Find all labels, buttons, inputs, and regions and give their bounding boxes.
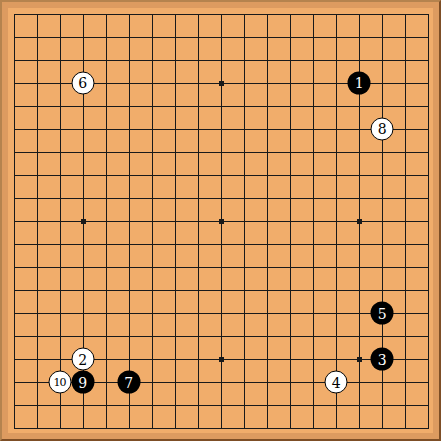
stone-black: 5: [371, 302, 394, 325]
intersection: [394, 25, 417, 48]
intersection: [302, 325, 325, 348]
intersection: [256, 48, 279, 71]
intersection: [48, 71, 71, 94]
intersection: [371, 25, 394, 48]
intersection: [209, 232, 232, 255]
intersection: [140, 417, 163, 440]
intersection: [371, 71, 394, 94]
intersection: [232, 163, 255, 186]
intersection: [325, 2, 348, 25]
intersection: [71, 279, 94, 302]
intersection: [348, 302, 371, 325]
intersection: [417, 186, 440, 209]
stone-white: 10: [48, 371, 71, 394]
stone-white: 4: [325, 371, 348, 394]
intersection: [209, 348, 232, 371]
intersection: [163, 256, 186, 279]
intersection: [302, 48, 325, 71]
intersection: [71, 117, 94, 140]
intersection: [186, 232, 209, 255]
intersection: [325, 71, 348, 94]
intersection: [371, 232, 394, 255]
intersection: [25, 25, 48, 48]
intersection: [279, 186, 302, 209]
intersection: [348, 163, 371, 186]
intersection: 10: [48, 371, 71, 394]
intersection: [117, 302, 140, 325]
intersection: [2, 117, 25, 140]
intersection: [256, 325, 279, 348]
intersection: [279, 94, 302, 117]
intersection: [2, 25, 25, 48]
intersection: 9: [71, 371, 94, 394]
intersection: [256, 232, 279, 255]
intersection: [279, 25, 302, 48]
intersection: [302, 417, 325, 440]
intersection: [94, 186, 117, 209]
intersection: [117, 25, 140, 48]
intersection: [256, 348, 279, 371]
intersection: [186, 117, 209, 140]
intersection: [140, 140, 163, 163]
intersection: [71, 256, 94, 279]
intersection: [140, 279, 163, 302]
intersection: [325, 232, 348, 255]
intersection: [163, 279, 186, 302]
intersection: [394, 2, 417, 25]
intersection: [417, 25, 440, 48]
intersection: [302, 256, 325, 279]
intersection: [117, 279, 140, 302]
stone-black: 7: [117, 371, 140, 394]
intersection: [256, 394, 279, 417]
intersection: [371, 48, 394, 71]
intersection: [371, 94, 394, 117]
intersection: [94, 2, 117, 25]
intersection: [48, 417, 71, 440]
intersection: [417, 163, 440, 186]
intersection: [117, 140, 140, 163]
intersection: [302, 71, 325, 94]
intersection: [232, 325, 255, 348]
intersection: [25, 348, 48, 371]
intersection: [371, 140, 394, 163]
intersection: 8: [371, 117, 394, 140]
intersection: [186, 140, 209, 163]
intersection: [71, 302, 94, 325]
intersection: [348, 25, 371, 48]
intersection: [302, 371, 325, 394]
intersection: [186, 209, 209, 232]
stone-number: 2: [78, 352, 87, 366]
intersection: [163, 163, 186, 186]
intersection: [232, 371, 255, 394]
stone-number: 10: [54, 377, 66, 388]
intersection: [325, 279, 348, 302]
intersection: [163, 71, 186, 94]
intersection: [163, 117, 186, 140]
intersection: 5: [371, 302, 394, 325]
intersection: [325, 348, 348, 371]
intersection: [117, 394, 140, 417]
intersection: [2, 279, 25, 302]
intersection: [302, 117, 325, 140]
intersection: [417, 394, 440, 417]
intersection: [163, 25, 186, 48]
intersection: [209, 163, 232, 186]
intersection: [2, 186, 25, 209]
intersection: [94, 325, 117, 348]
intersection: [348, 140, 371, 163]
intersection: [325, 256, 348, 279]
intersection: [256, 163, 279, 186]
intersection: [163, 394, 186, 417]
intersection: [48, 48, 71, 71]
intersection: [163, 94, 186, 117]
intersection: [302, 186, 325, 209]
stone-number: 6: [78, 76, 87, 90]
intersection: 7: [117, 371, 140, 394]
intersection: [94, 94, 117, 117]
stone-number: 7: [124, 375, 133, 389]
intersection: [302, 394, 325, 417]
intersection: [71, 48, 94, 71]
intersection: [417, 117, 440, 140]
intersection: [48, 186, 71, 209]
stone-black: 1: [348, 71, 371, 94]
intersection: [163, 371, 186, 394]
intersection: [394, 186, 417, 209]
stone-white: 8: [371, 117, 394, 140]
intersection: [279, 117, 302, 140]
intersection: [94, 256, 117, 279]
intersection: [232, 394, 255, 417]
intersection: [325, 186, 348, 209]
stone-black: 9: [71, 371, 94, 394]
intersection: [25, 325, 48, 348]
intersection: [25, 48, 48, 71]
intersection: [209, 2, 232, 25]
intersection: [209, 371, 232, 394]
intersection: [94, 48, 117, 71]
intersection: [417, 2, 440, 25]
intersection: [71, 186, 94, 209]
intersection: [71, 25, 94, 48]
intersection: [140, 117, 163, 140]
intersection: [256, 371, 279, 394]
intersection: [279, 348, 302, 371]
intersection: [25, 71, 48, 94]
intersection: [325, 209, 348, 232]
intersection: [48, 163, 71, 186]
intersection: [48, 394, 71, 417]
intersection: [302, 25, 325, 48]
intersection: [325, 117, 348, 140]
stone-black: 3: [371, 348, 394, 371]
intersection: [256, 2, 279, 25]
intersection: [163, 302, 186, 325]
intersection: [140, 2, 163, 25]
intersection: [279, 140, 302, 163]
intersection: [2, 48, 25, 71]
intersection: [140, 25, 163, 48]
intersection: [256, 25, 279, 48]
intersection: [417, 371, 440, 394]
intersection: [256, 209, 279, 232]
intersection: [48, 94, 71, 117]
intersection: [209, 256, 232, 279]
intersection: [302, 209, 325, 232]
intersection: [232, 117, 255, 140]
intersection: [348, 186, 371, 209]
intersection: [256, 117, 279, 140]
intersection: [25, 394, 48, 417]
intersection: [232, 2, 255, 25]
intersection: [48, 209, 71, 232]
intersection: [417, 279, 440, 302]
intersection: [94, 417, 117, 440]
intersection: [279, 209, 302, 232]
intersection: [94, 302, 117, 325]
intersection: [302, 94, 325, 117]
intersection: [279, 302, 302, 325]
intersection: [232, 209, 255, 232]
intersection: [25, 2, 48, 25]
intersection: [325, 302, 348, 325]
intersection: [394, 279, 417, 302]
intersection: [394, 71, 417, 94]
intersection: [279, 48, 302, 71]
intersection: [25, 94, 48, 117]
intersection: [256, 279, 279, 302]
intersection: [48, 25, 71, 48]
intersection: [371, 371, 394, 394]
intersection: [417, 140, 440, 163]
intersection: [117, 209, 140, 232]
intersection: [371, 394, 394, 417]
intersection: [417, 348, 440, 371]
intersection: [256, 417, 279, 440]
intersection: [394, 117, 417, 140]
intersection: [394, 48, 417, 71]
intersection: [302, 348, 325, 371]
intersection: [209, 394, 232, 417]
intersection: [394, 371, 417, 394]
intersection: [325, 163, 348, 186]
intersection: [140, 209, 163, 232]
intersection: [256, 302, 279, 325]
intersection: [2, 71, 25, 94]
intersection: [279, 163, 302, 186]
intersection: [94, 163, 117, 186]
intersection: [2, 163, 25, 186]
stone-number: 8: [378, 122, 387, 136]
intersection: [348, 94, 371, 117]
stone-number: 3: [378, 352, 387, 366]
intersection: [140, 302, 163, 325]
go-board: 61852310974: [0, 0, 441, 441]
intersection: [371, 279, 394, 302]
intersection: [348, 232, 371, 255]
intersection: [71, 232, 94, 255]
intersection: [140, 348, 163, 371]
intersection: [325, 25, 348, 48]
intersection: [117, 186, 140, 209]
intersection: [394, 256, 417, 279]
intersection: [140, 48, 163, 71]
intersection: [25, 117, 48, 140]
intersection: [209, 94, 232, 117]
intersection: [2, 140, 25, 163]
intersection: [209, 325, 232, 348]
intersection: [71, 140, 94, 163]
intersection: [94, 25, 117, 48]
intersection: [302, 279, 325, 302]
intersection: [417, 209, 440, 232]
intersection: [71, 394, 94, 417]
intersection: [2, 348, 25, 371]
intersection: [94, 209, 117, 232]
intersection: [371, 256, 394, 279]
intersection: [279, 71, 302, 94]
intersection: [302, 140, 325, 163]
intersection: [186, 71, 209, 94]
intersection: [2, 371, 25, 394]
intersection: [71, 325, 94, 348]
intersection: [232, 279, 255, 302]
intersection: [371, 417, 394, 440]
intersection: [371, 186, 394, 209]
intersection: [325, 48, 348, 71]
intersection: [71, 163, 94, 186]
intersection: [186, 25, 209, 48]
intersection: [2, 394, 25, 417]
intersection: [394, 140, 417, 163]
stone-number: 9: [78, 375, 87, 389]
intersection: [48, 279, 71, 302]
intersection: [2, 302, 25, 325]
intersection: [232, 232, 255, 255]
intersection: [256, 94, 279, 117]
intersection: [256, 71, 279, 94]
intersection: [279, 279, 302, 302]
intersection: [186, 348, 209, 371]
intersection: [232, 140, 255, 163]
intersection: [417, 302, 440, 325]
intersection: [209, 71, 232, 94]
intersection: [186, 94, 209, 117]
intersections-grid: 61852310974: [2, 2, 440, 440]
intersection: [163, 348, 186, 371]
intersection: [279, 325, 302, 348]
intersection: [232, 348, 255, 371]
intersection: [140, 371, 163, 394]
intersection: [417, 256, 440, 279]
intersection: [71, 209, 94, 232]
intersection: [94, 371, 117, 394]
intersection: [279, 232, 302, 255]
intersection: [186, 417, 209, 440]
intersection: [348, 48, 371, 71]
intersection: 2: [71, 348, 94, 371]
intersection: [163, 186, 186, 209]
intersection: [94, 140, 117, 163]
intersection: [209, 302, 232, 325]
intersection: [325, 140, 348, 163]
intersection: [209, 186, 232, 209]
intersection: [348, 209, 371, 232]
intersection: [371, 325, 394, 348]
intersection: [209, 209, 232, 232]
intersection: [94, 232, 117, 255]
intersection: [25, 163, 48, 186]
intersection: [2, 417, 25, 440]
intersection: [94, 71, 117, 94]
intersection: [232, 256, 255, 279]
intersection: [186, 394, 209, 417]
intersection: [232, 94, 255, 117]
stone-number: 4: [332, 375, 341, 389]
intersection: [232, 302, 255, 325]
intersection: [394, 94, 417, 117]
intersection: [163, 325, 186, 348]
intersection: [94, 279, 117, 302]
intersection: [394, 325, 417, 348]
intersection: [417, 48, 440, 71]
intersection: [25, 232, 48, 255]
intersection: [25, 417, 48, 440]
intersection: [71, 94, 94, 117]
intersection: [394, 302, 417, 325]
intersection: [163, 140, 186, 163]
intersection: [163, 209, 186, 232]
stone-number: 1: [355, 76, 364, 90]
intersection: [117, 232, 140, 255]
intersection: [256, 186, 279, 209]
intersection: [186, 302, 209, 325]
intersection: [117, 2, 140, 25]
intersection: [371, 209, 394, 232]
intersection: [140, 232, 163, 255]
intersection: [209, 117, 232, 140]
stone-white: 6: [71, 71, 94, 94]
intersection: [279, 256, 302, 279]
intersection: [232, 186, 255, 209]
intersection: [325, 394, 348, 417]
stone-white: 2: [71, 348, 94, 371]
intersection: [25, 186, 48, 209]
intersection: [48, 232, 71, 255]
intersection: [48, 140, 71, 163]
intersection: [163, 232, 186, 255]
intersection: [348, 348, 371, 371]
intersection: [417, 232, 440, 255]
intersection: [209, 25, 232, 48]
intersection: [140, 325, 163, 348]
intersection: [2, 325, 25, 348]
board-field: 61852310974: [8, 8, 433, 433]
intersection: [186, 48, 209, 71]
intersection: 4: [325, 371, 348, 394]
intersection: [48, 117, 71, 140]
intersection: [256, 140, 279, 163]
intersection: [140, 186, 163, 209]
stone-number: 5: [378, 306, 387, 320]
intersection: [163, 2, 186, 25]
intersection: [279, 2, 302, 25]
intersection: 3: [371, 348, 394, 371]
intersection: [71, 417, 94, 440]
